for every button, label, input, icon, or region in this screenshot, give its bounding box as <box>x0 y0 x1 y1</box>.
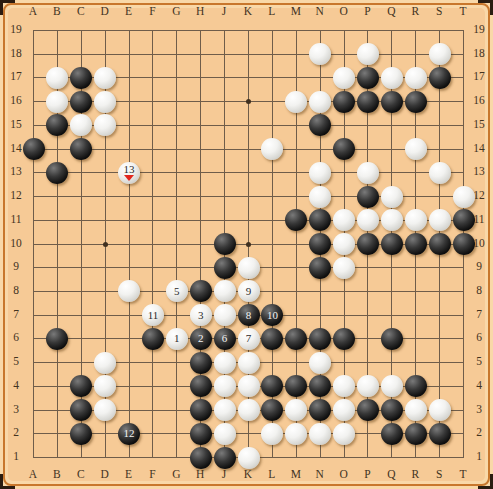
stone-J4 <box>214 375 236 397</box>
col-label-top-C: C <box>77 6 85 18</box>
row-label-left-12: 12 <box>10 190 22 202</box>
move-number-1: 1 <box>174 333 180 344</box>
stone-J7 <box>214 304 236 326</box>
row-label-right-6: 6 <box>476 333 482 345</box>
row-label-left-10: 10 <box>10 238 22 250</box>
stone-O16 <box>333 91 355 113</box>
stone-M2 <box>285 423 307 445</box>
col-label-top-B: B <box>53 6 61 18</box>
col-label-top-F: F <box>149 6 155 18</box>
row-label-right-5: 5 <box>476 356 482 368</box>
stone-N12 <box>309 186 331 208</box>
stone-P16 <box>357 91 379 113</box>
col-label-top-N: N <box>316 6 324 18</box>
row-label-left-11: 11 <box>10 214 21 226</box>
col-label-top-G: G <box>172 6 180 18</box>
col-label-bottom-F: F <box>149 469 155 481</box>
stone-M16 <box>285 91 307 113</box>
row-label-left-8: 8 <box>13 285 19 297</box>
row-label-left-19: 19 <box>10 24 22 36</box>
row-label-left-6: 6 <box>13 333 19 345</box>
stone-J5 <box>214 352 236 374</box>
stone-P10 <box>357 233 379 255</box>
stone-N2 <box>309 423 331 445</box>
stone-C4 <box>70 375 92 397</box>
stone-C3 <box>70 399 92 421</box>
stone-D3 <box>94 399 116 421</box>
stone-G8: 5 <box>166 280 188 302</box>
stone-H5 <box>190 352 212 374</box>
stone-K4 <box>238 375 260 397</box>
move-number-2: 2 <box>198 333 204 344</box>
row-label-left-18: 18 <box>10 48 22 60</box>
col-label-top-D: D <box>101 6 109 18</box>
move-number-7: 7 <box>246 333 252 344</box>
star-point-K10 <box>246 242 251 247</box>
stone-Q3 <box>381 399 403 421</box>
row-label-right-9: 9 <box>476 261 482 273</box>
col-label-top-E: E <box>125 6 132 18</box>
stone-R4 <box>405 375 427 397</box>
stone-T10 <box>453 233 475 255</box>
col-label-bottom-B: B <box>53 469 61 481</box>
stone-N11 <box>309 209 331 231</box>
col-label-bottom-J: J <box>222 469 226 481</box>
stone-R14 <box>405 138 427 160</box>
stone-P18 <box>357 43 379 65</box>
stone-E13: 13 <box>118 162 140 184</box>
stone-S2 <box>429 423 451 445</box>
stone-J2 <box>214 423 236 445</box>
stone-R10 <box>405 233 427 255</box>
row-label-left-5: 5 <box>13 356 19 368</box>
star-point-K16 <box>246 99 251 104</box>
go-app-window: AABBCCDDEEFFGGHHJJKKLLMMNNOOPPQQRRSSTT19… <box>0 0 493 489</box>
row-label-left-3: 3 <box>13 404 19 416</box>
stone-M4 <box>285 375 307 397</box>
stone-L7: 10 <box>261 304 283 326</box>
stone-O9 <box>333 257 355 279</box>
stone-Q12 <box>381 186 403 208</box>
col-label-bottom-H: H <box>196 469 204 481</box>
col-label-bottom-P: P <box>364 469 370 481</box>
stone-B16 <box>46 91 68 113</box>
stone-Q2 <box>381 423 403 445</box>
row-label-left-13: 13 <box>10 167 22 179</box>
stone-H6: 2 <box>190 328 212 350</box>
stone-O3 <box>333 399 355 421</box>
col-label-top-O: O <box>339 6 347 18</box>
move-number-6: 6 <box>222 333 228 344</box>
row-label-right-18: 18 <box>473 48 485 60</box>
stone-L2 <box>261 423 283 445</box>
row-label-right-16: 16 <box>473 95 485 107</box>
stone-O14 <box>333 138 355 160</box>
stone-S13 <box>429 162 451 184</box>
stone-H1 <box>190 447 212 469</box>
stone-S18 <box>429 43 451 65</box>
stone-B17 <box>46 67 68 89</box>
stone-J1 <box>214 447 236 469</box>
stone-H2 <box>190 423 212 445</box>
col-label-top-Q: Q <box>387 6 395 18</box>
col-label-top-H: H <box>196 6 204 18</box>
stone-K5 <box>238 352 260 374</box>
col-label-bottom-A: A <box>29 469 37 481</box>
stone-N6 <box>309 328 331 350</box>
stone-L14 <box>261 138 283 160</box>
stone-R17 <box>405 67 427 89</box>
move-number-5: 5 <box>174 286 180 297</box>
row-label-right-15: 15 <box>473 119 485 131</box>
stone-F6 <box>142 328 164 350</box>
stone-P12 <box>357 186 379 208</box>
col-label-bottom-O: O <box>339 469 347 481</box>
row-label-right-3: 3 <box>476 404 482 416</box>
col-label-top-R: R <box>411 6 419 18</box>
row-label-left-9: 9 <box>13 261 19 273</box>
row-label-right-17: 17 <box>473 72 485 84</box>
col-label-bottom-E: E <box>125 469 132 481</box>
stone-Q4 <box>381 375 403 397</box>
stone-T11 <box>453 209 475 231</box>
last-move-marker-icon <box>124 175 134 181</box>
stone-S17 <box>429 67 451 89</box>
stone-N15 <box>309 114 331 136</box>
stone-Q6 <box>381 328 403 350</box>
move-number-13: 13 <box>124 164 135 175</box>
row-label-left-17: 17 <box>10 72 22 84</box>
stone-S10 <box>429 233 451 255</box>
col-label-bottom-G: G <box>172 469 180 481</box>
stone-N4 <box>309 375 331 397</box>
row-label-right-4: 4 <box>476 380 482 392</box>
move-number-12: 12 <box>124 428 135 439</box>
col-label-bottom-D: D <box>101 469 109 481</box>
stone-P13 <box>357 162 379 184</box>
stone-P17 <box>357 67 379 89</box>
col-label-top-T: T <box>459 6 466 18</box>
stone-O4 <box>333 375 355 397</box>
row-label-right-14: 14 <box>473 143 485 155</box>
stone-N10 <box>309 233 331 255</box>
row-label-right-11: 11 <box>473 214 484 226</box>
stone-J9 <box>214 257 236 279</box>
move-number-11: 11 <box>148 310 159 321</box>
stone-J6: 6 <box>214 328 236 350</box>
row-label-right-1: 1 <box>476 451 482 463</box>
stone-D15 <box>94 114 116 136</box>
move-number-10: 10 <box>267 310 278 321</box>
stone-D4 <box>94 375 116 397</box>
stone-F7: 11 <box>142 304 164 326</box>
row-label-left-16: 16 <box>10 95 22 107</box>
col-label-top-L: L <box>268 6 275 18</box>
stone-H8 <box>190 280 212 302</box>
stone-Q11 <box>381 209 403 231</box>
stone-Q10 <box>381 233 403 255</box>
stone-G6: 1 <box>166 328 188 350</box>
stone-M11 <box>285 209 307 231</box>
row-label-left-2: 2 <box>13 428 19 440</box>
stone-E2: 12 <box>118 423 140 445</box>
stone-C16 <box>70 91 92 113</box>
col-label-top-A: A <box>29 6 37 18</box>
stone-J3 <box>214 399 236 421</box>
stone-D5 <box>94 352 116 374</box>
stone-T12 <box>453 186 475 208</box>
stone-K7: 8 <box>238 304 260 326</box>
stone-L3 <box>261 399 283 421</box>
stone-N13 <box>309 162 331 184</box>
move-number-3: 3 <box>198 310 204 321</box>
stone-C15 <box>70 114 92 136</box>
stone-B13 <box>46 162 68 184</box>
stone-N18 <box>309 43 331 65</box>
row-label-left-7: 7 <box>13 309 19 321</box>
stone-A14 <box>23 138 45 160</box>
stone-K9 <box>238 257 260 279</box>
move-number-8: 8 <box>246 310 252 321</box>
col-label-top-P: P <box>364 6 370 18</box>
col-label-bottom-M: M <box>291 469 301 481</box>
stone-K6: 7 <box>238 328 260 350</box>
stone-R2 <box>405 423 427 445</box>
stone-N5 <box>309 352 331 374</box>
stone-O2 <box>333 423 355 445</box>
stone-B15 <box>46 114 68 136</box>
col-label-bottom-K: K <box>244 469 252 481</box>
col-label-bottom-T: T <box>459 469 466 481</box>
move-number-9: 9 <box>246 286 252 297</box>
stone-R11 <box>405 209 427 231</box>
col-label-top-K: K <box>244 6 252 18</box>
stone-P3 <box>357 399 379 421</box>
stone-C2 <box>70 423 92 445</box>
star-point-D10 <box>103 242 108 247</box>
stone-P4 <box>357 375 379 397</box>
stone-L4 <box>261 375 283 397</box>
stone-P11 <box>357 209 379 231</box>
stone-K1 <box>238 447 260 469</box>
stone-O10 <box>333 233 355 255</box>
row-label-right-10: 10 <box>473 238 485 250</box>
stone-S11 <box>429 209 451 231</box>
stone-L6 <box>261 328 283 350</box>
row-label-left-14: 14 <box>10 143 22 155</box>
stone-D16 <box>94 91 116 113</box>
stone-B6 <box>46 328 68 350</box>
row-label-left-1: 1 <box>13 451 19 463</box>
col-label-bottom-Q: Q <box>387 469 395 481</box>
row-label-right-12: 12 <box>473 190 485 202</box>
col-label-bottom-C: C <box>77 469 85 481</box>
stone-M6 <box>285 328 307 350</box>
stone-H3 <box>190 399 212 421</box>
stone-R3 <box>405 399 427 421</box>
row-label-right-19: 19 <box>473 24 485 36</box>
stone-R16 <box>405 91 427 113</box>
stone-C17 <box>70 67 92 89</box>
col-label-top-M: M <box>291 6 301 18</box>
stone-C14 <box>70 138 92 160</box>
stone-N9 <box>309 257 331 279</box>
row-label-right-7: 7 <box>476 309 482 321</box>
row-label-left-15: 15 <box>10 119 22 131</box>
stone-J8 <box>214 280 236 302</box>
col-label-bottom-L: L <box>268 469 275 481</box>
stone-J10 <box>214 233 236 255</box>
stone-S3 <box>429 399 451 421</box>
stone-O11 <box>333 209 355 231</box>
stone-D17 <box>94 67 116 89</box>
col-label-bottom-N: N <box>316 469 324 481</box>
col-label-bottom-R: R <box>411 469 419 481</box>
stone-M3 <box>285 399 307 421</box>
stone-K8: 9 <box>238 280 260 302</box>
row-label-left-4: 4 <box>13 380 19 392</box>
stone-E8 <box>118 280 140 302</box>
row-label-right-8: 8 <box>476 285 482 297</box>
stone-Q17 <box>381 67 403 89</box>
col-label-top-S: S <box>436 6 442 18</box>
stone-H7: 3 <box>190 304 212 326</box>
stone-Q16 <box>381 91 403 113</box>
col-label-bottom-S: S <box>436 469 442 481</box>
stone-K3 <box>238 399 260 421</box>
stone-H4 <box>190 375 212 397</box>
stone-O17 <box>333 67 355 89</box>
go-board[interactable]: AABBCCDDEEFFGGHHJJKKLLMMNNOOPPQQRRSSTT19… <box>0 0 493 489</box>
stone-N16 <box>309 91 331 113</box>
col-label-top-J: J <box>222 6 226 18</box>
stone-N3 <box>309 399 331 421</box>
row-label-right-2: 2 <box>476 428 482 440</box>
stone-O6 <box>333 328 355 350</box>
row-label-right-13: 13 <box>473 167 485 179</box>
